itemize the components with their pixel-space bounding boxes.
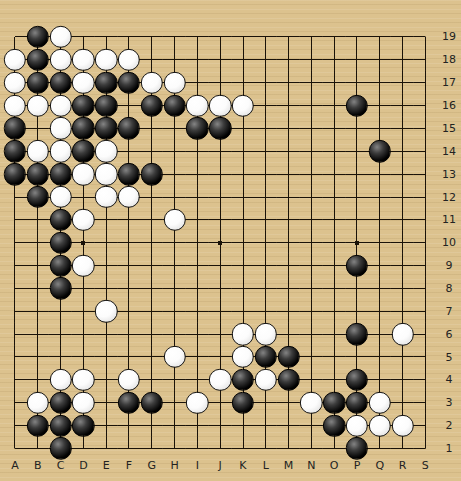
intersection-D2[interactable] — [72, 414, 95, 437]
intersection-D3[interactable] — [72, 391, 95, 414]
intersection-M8[interactable] — [277, 277, 300, 300]
intersection-S5[interactable] — [414, 346, 437, 369]
intersection-G6[interactable] — [140, 323, 163, 346]
intersection-P6[interactable] — [346, 323, 369, 346]
intersection-S12[interactable] — [414, 186, 437, 209]
intersection-S14[interactable] — [414, 140, 437, 163]
intersection-B19[interactable] — [26, 26, 49, 49]
intersection-S3[interactable] — [414, 391, 437, 414]
intersection-P13[interactable] — [346, 163, 369, 186]
intersection-F3[interactable] — [118, 391, 141, 414]
intersection-E13[interactable] — [95, 163, 118, 186]
intersection-S7[interactable] — [414, 300, 437, 323]
intersection-N10[interactable] — [300, 231, 323, 254]
intersection-C12[interactable] — [49, 186, 72, 209]
intersection-L14[interactable] — [254, 140, 277, 163]
intersection-Q17[interactable] — [368, 71, 391, 94]
intersection-B2[interactable] — [26, 414, 49, 437]
intersection-K12[interactable] — [232, 186, 255, 209]
intersection-E15[interactable] — [95, 117, 118, 140]
intersection-F18[interactable] — [118, 48, 141, 71]
intersection-Q8[interactable] — [368, 277, 391, 300]
intersection-C5[interactable] — [49, 346, 72, 369]
intersection-F13[interactable] — [118, 163, 141, 186]
intersection-F17[interactable] — [118, 71, 141, 94]
intersection-I16[interactable] — [186, 94, 209, 117]
intersection-J3[interactable] — [209, 391, 232, 414]
intersection-O5[interactable] — [323, 346, 346, 369]
intersection-M19[interactable] — [277, 26, 300, 49]
intersection-B8[interactable] — [26, 277, 49, 300]
intersection-K13[interactable] — [232, 163, 255, 186]
intersection-N5[interactable] — [300, 346, 323, 369]
intersection-A11[interactable] — [4, 208, 27, 231]
intersection-O17[interactable] — [323, 71, 346, 94]
intersection-O10[interactable] — [323, 231, 346, 254]
intersection-M16[interactable] — [277, 94, 300, 117]
intersection-S4[interactable] — [414, 368, 437, 391]
intersection-O11[interactable] — [323, 208, 346, 231]
intersection-H13[interactable] — [163, 163, 186, 186]
intersection-Q3[interactable] — [368, 391, 391, 414]
intersection-A7[interactable] — [4, 300, 27, 323]
intersection-O4[interactable] — [323, 368, 346, 391]
intersection-L1[interactable] — [254, 437, 277, 460]
intersection-E5[interactable] — [95, 346, 118, 369]
intersection-R15[interactable] — [391, 117, 414, 140]
intersection-C2[interactable] — [49, 414, 72, 437]
intersection-R6[interactable] — [391, 323, 414, 346]
intersection-L10[interactable] — [254, 231, 277, 254]
intersection-F7[interactable] — [118, 300, 141, 323]
intersection-G2[interactable] — [140, 414, 163, 437]
intersection-E14[interactable] — [95, 140, 118, 163]
intersection-R17[interactable] — [391, 71, 414, 94]
intersection-H16[interactable] — [163, 94, 186, 117]
intersection-A1[interactable] — [4, 437, 27, 460]
intersection-K3[interactable] — [232, 391, 255, 414]
intersection-P5[interactable] — [346, 346, 369, 369]
intersection-A6[interactable] — [4, 323, 27, 346]
intersection-I17[interactable] — [186, 71, 209, 94]
intersection-G12[interactable] — [140, 186, 163, 209]
intersection-D13[interactable] — [72, 163, 95, 186]
intersection-A14[interactable] — [4, 140, 27, 163]
intersection-D12[interactable] — [72, 186, 95, 209]
intersection-N7[interactable] — [300, 300, 323, 323]
intersection-H7[interactable] — [163, 300, 186, 323]
intersection-R12[interactable] — [391, 186, 414, 209]
intersection-O14[interactable] — [323, 140, 346, 163]
intersection-B11[interactable] — [26, 208, 49, 231]
intersection-Q9[interactable] — [368, 254, 391, 277]
intersection-P12[interactable] — [346, 186, 369, 209]
intersection-C17[interactable] — [49, 71, 72, 94]
intersection-J12[interactable] — [209, 186, 232, 209]
intersection-E3[interactable] — [95, 391, 118, 414]
intersection-B1[interactable] — [26, 437, 49, 460]
intersection-G15[interactable] — [140, 117, 163, 140]
intersection-M5[interactable] — [277, 346, 300, 369]
intersection-S16[interactable] — [414, 94, 437, 117]
intersection-R13[interactable] — [391, 163, 414, 186]
intersection-D8[interactable] — [72, 277, 95, 300]
intersection-I11[interactable] — [186, 208, 209, 231]
intersection-C7[interactable] — [49, 300, 72, 323]
intersection-S17[interactable] — [414, 71, 437, 94]
intersection-K14[interactable] — [232, 140, 255, 163]
intersection-K19[interactable] — [232, 26, 255, 49]
intersection-N4[interactable] — [300, 368, 323, 391]
intersection-G11[interactable] — [140, 208, 163, 231]
intersection-R7[interactable] — [391, 300, 414, 323]
intersection-S11[interactable] — [414, 208, 437, 231]
intersection-N19[interactable] — [300, 26, 323, 49]
intersection-K18[interactable] — [232, 48, 255, 71]
intersection-M17[interactable] — [277, 71, 300, 94]
intersection-N9[interactable] — [300, 254, 323, 277]
intersection-Q5[interactable] — [368, 346, 391, 369]
intersection-L19[interactable] — [254, 26, 277, 49]
intersection-D10[interactable] — [72, 231, 95, 254]
intersection-F15[interactable] — [118, 117, 141, 140]
intersection-R11[interactable] — [391, 208, 414, 231]
intersection-P19[interactable] — [346, 26, 369, 49]
intersection-E8[interactable] — [95, 277, 118, 300]
intersection-J2[interactable] — [209, 414, 232, 437]
intersection-K10[interactable] — [232, 231, 255, 254]
intersection-G10[interactable] — [140, 231, 163, 254]
intersection-E16[interactable] — [95, 94, 118, 117]
intersection-C9[interactable] — [49, 254, 72, 277]
intersection-S13[interactable] — [414, 163, 437, 186]
intersection-H2[interactable] — [163, 414, 186, 437]
intersection-O12[interactable] — [323, 186, 346, 209]
intersection-Q1[interactable] — [368, 437, 391, 460]
intersection-R16[interactable] — [391, 94, 414, 117]
intersection-C11[interactable] — [49, 208, 72, 231]
intersection-Q14[interactable] — [368, 140, 391, 163]
intersection-P10[interactable] — [346, 231, 369, 254]
intersection-H10[interactable] — [163, 231, 186, 254]
intersection-L6[interactable] — [254, 323, 277, 346]
intersection-I13[interactable] — [186, 163, 209, 186]
intersection-L11[interactable] — [254, 208, 277, 231]
intersection-M10[interactable] — [277, 231, 300, 254]
intersection-L18[interactable] — [254, 48, 277, 71]
intersection-A18[interactable] — [4, 48, 27, 71]
intersection-M14[interactable] — [277, 140, 300, 163]
intersection-J4[interactable] — [209, 368, 232, 391]
intersection-O2[interactable] — [323, 414, 346, 437]
intersection-I15[interactable] — [186, 117, 209, 140]
intersection-S2[interactable] — [414, 414, 437, 437]
intersection-F8[interactable] — [118, 277, 141, 300]
intersection-H3[interactable] — [163, 391, 186, 414]
intersection-P7[interactable] — [346, 300, 369, 323]
intersection-I3[interactable] — [186, 391, 209, 414]
intersection-C15[interactable] — [49, 117, 72, 140]
intersection-C4[interactable] — [49, 368, 72, 391]
intersection-R5[interactable] — [391, 346, 414, 369]
intersection-M1[interactable] — [277, 437, 300, 460]
intersection-N12[interactable] — [300, 186, 323, 209]
intersection-G19[interactable] — [140, 26, 163, 49]
intersection-H17[interactable] — [163, 71, 186, 94]
intersection-Q12[interactable] — [368, 186, 391, 209]
intersection-M2[interactable] — [277, 414, 300, 437]
intersection-B6[interactable] — [26, 323, 49, 346]
intersection-O9[interactable] — [323, 254, 346, 277]
intersection-H11[interactable] — [163, 208, 186, 231]
intersection-J15[interactable] — [209, 117, 232, 140]
intersection-A13[interactable] — [4, 163, 27, 186]
intersection-L8[interactable] — [254, 277, 277, 300]
intersection-B17[interactable] — [26, 71, 49, 94]
intersection-N16[interactable] — [300, 94, 323, 117]
intersection-J6[interactable] — [209, 323, 232, 346]
intersection-Q7[interactable] — [368, 300, 391, 323]
intersection-E2[interactable] — [95, 414, 118, 437]
intersection-I5[interactable] — [186, 346, 209, 369]
intersection-B5[interactable] — [26, 346, 49, 369]
intersection-H8[interactable] — [163, 277, 186, 300]
intersection-K5[interactable] — [232, 346, 255, 369]
intersection-S1[interactable] — [414, 437, 437, 460]
intersection-F16[interactable] — [118, 94, 141, 117]
intersection-O16[interactable] — [323, 94, 346, 117]
intersection-B14[interactable] — [26, 140, 49, 163]
intersection-P11[interactable] — [346, 208, 369, 231]
intersection-K15[interactable] — [232, 117, 255, 140]
intersection-M11[interactable] — [277, 208, 300, 231]
intersection-L15[interactable] — [254, 117, 277, 140]
intersection-R14[interactable] — [391, 140, 414, 163]
intersection-S18[interactable] — [414, 48, 437, 71]
intersection-E4[interactable] — [95, 368, 118, 391]
intersection-D18[interactable] — [72, 48, 95, 71]
intersection-J9[interactable] — [209, 254, 232, 277]
intersection-L4[interactable] — [254, 368, 277, 391]
intersection-N2[interactable] — [300, 414, 323, 437]
intersection-I1[interactable] — [186, 437, 209, 460]
intersection-K8[interactable] — [232, 277, 255, 300]
intersection-G17[interactable] — [140, 71, 163, 94]
intersection-S15[interactable] — [414, 117, 437, 140]
intersection-P8[interactable] — [346, 277, 369, 300]
intersection-O13[interactable] — [323, 163, 346, 186]
intersection-O19[interactable] — [323, 26, 346, 49]
intersection-D19[interactable] — [72, 26, 95, 49]
intersection-F2[interactable] — [118, 414, 141, 437]
intersection-J14[interactable] — [209, 140, 232, 163]
intersection-M3[interactable] — [277, 391, 300, 414]
intersection-S6[interactable] — [414, 323, 437, 346]
intersection-N13[interactable] — [300, 163, 323, 186]
intersection-I9[interactable] — [186, 254, 209, 277]
intersection-J1[interactable] — [209, 437, 232, 460]
intersection-M15[interactable] — [277, 117, 300, 140]
intersection-N3[interactable] — [300, 391, 323, 414]
intersection-I18[interactable] — [186, 48, 209, 71]
intersection-P2[interactable] — [346, 414, 369, 437]
intersection-B7[interactable] — [26, 300, 49, 323]
intersection-J13[interactable] — [209, 163, 232, 186]
intersection-R4[interactable] — [391, 368, 414, 391]
intersection-J19[interactable] — [209, 26, 232, 49]
intersection-H4[interactable] — [163, 368, 186, 391]
intersection-E19[interactable] — [95, 26, 118, 49]
intersection-R19[interactable] — [391, 26, 414, 49]
intersection-J18[interactable] — [209, 48, 232, 71]
intersection-J7[interactable] — [209, 300, 232, 323]
intersection-O6[interactable] — [323, 323, 346, 346]
intersection-S19[interactable] — [414, 26, 437, 49]
intersection-R18[interactable] — [391, 48, 414, 71]
intersection-I19[interactable] — [186, 26, 209, 49]
intersection-K11[interactable] — [232, 208, 255, 231]
intersection-B3[interactable] — [26, 391, 49, 414]
intersection-D9[interactable] — [72, 254, 95, 277]
intersection-O8[interactable] — [323, 277, 346, 300]
intersection-P9[interactable] — [346, 254, 369, 277]
intersection-D1[interactable] — [72, 437, 95, 460]
intersection-L3[interactable] — [254, 391, 277, 414]
intersection-Q15[interactable] — [368, 117, 391, 140]
intersection-B10[interactable] — [26, 231, 49, 254]
intersection-F5[interactable] — [118, 346, 141, 369]
intersection-E6[interactable] — [95, 323, 118, 346]
intersection-P18[interactable] — [346, 48, 369, 71]
intersection-C18[interactable] — [49, 48, 72, 71]
intersection-D6[interactable] — [72, 323, 95, 346]
intersection-N18[interactable] — [300, 48, 323, 71]
intersection-H9[interactable] — [163, 254, 186, 277]
intersection-F11[interactable] — [118, 208, 141, 231]
intersection-M12[interactable] — [277, 186, 300, 209]
intersection-M6[interactable] — [277, 323, 300, 346]
intersection-K4[interactable] — [232, 368, 255, 391]
intersection-C1[interactable] — [49, 437, 72, 460]
intersection-K1[interactable] — [232, 437, 255, 460]
intersection-I12[interactable] — [186, 186, 209, 209]
intersection-J8[interactable] — [209, 277, 232, 300]
intersection-F6[interactable] — [118, 323, 141, 346]
intersection-A2[interactable] — [4, 414, 27, 437]
intersection-K7[interactable] — [232, 300, 255, 323]
intersection-A19[interactable] — [4, 26, 27, 49]
intersection-C13[interactable] — [49, 163, 72, 186]
intersection-D4[interactable] — [72, 368, 95, 391]
intersection-P17[interactable] — [346, 71, 369, 94]
intersection-N17[interactable] — [300, 71, 323, 94]
intersection-G16[interactable] — [140, 94, 163, 117]
intersection-M18[interactable] — [277, 48, 300, 71]
intersection-C6[interactable] — [49, 323, 72, 346]
intersection-H15[interactable] — [163, 117, 186, 140]
intersection-N8[interactable] — [300, 277, 323, 300]
intersection-Q6[interactable] — [368, 323, 391, 346]
intersection-O3[interactable] — [323, 391, 346, 414]
intersection-G1[interactable] — [140, 437, 163, 460]
intersection-L16[interactable] — [254, 94, 277, 117]
intersection-A4[interactable] — [4, 368, 27, 391]
intersection-I2[interactable] — [186, 414, 209, 437]
intersection-K17[interactable] — [232, 71, 255, 94]
intersection-E12[interactable] — [95, 186, 118, 209]
intersection-O7[interactable] — [323, 300, 346, 323]
intersection-P3[interactable] — [346, 391, 369, 414]
intersection-R3[interactable] — [391, 391, 414, 414]
intersection-Q18[interactable] — [368, 48, 391, 71]
intersection-D15[interactable] — [72, 117, 95, 140]
intersection-O15[interactable] — [323, 117, 346, 140]
intersection-H12[interactable] — [163, 186, 186, 209]
intersection-L7[interactable] — [254, 300, 277, 323]
intersection-B18[interactable] — [26, 48, 49, 71]
intersection-J5[interactable] — [209, 346, 232, 369]
intersection-D14[interactable] — [72, 140, 95, 163]
intersection-R8[interactable] — [391, 277, 414, 300]
intersection-K2[interactable] — [232, 414, 255, 437]
intersection-A12[interactable] — [4, 186, 27, 209]
intersection-P4[interactable] — [346, 368, 369, 391]
intersection-R9[interactable] — [391, 254, 414, 277]
intersection-A9[interactable] — [4, 254, 27, 277]
intersection-F12[interactable] — [118, 186, 141, 209]
intersection-C8[interactable] — [49, 277, 72, 300]
intersection-M9[interactable] — [277, 254, 300, 277]
intersection-E11[interactable] — [95, 208, 118, 231]
intersection-F19[interactable] — [118, 26, 141, 49]
intersection-M13[interactable] — [277, 163, 300, 186]
intersection-L12[interactable] — [254, 186, 277, 209]
intersection-G9[interactable] — [140, 254, 163, 277]
intersection-L9[interactable] — [254, 254, 277, 277]
intersection-M7[interactable] — [277, 300, 300, 323]
intersection-K16[interactable] — [232, 94, 255, 117]
intersection-A3[interactable] — [4, 391, 27, 414]
intersection-H5[interactable] — [163, 346, 186, 369]
intersection-E7[interactable] — [95, 300, 118, 323]
intersection-A16[interactable] — [4, 94, 27, 117]
intersection-C16[interactable] — [49, 94, 72, 117]
intersection-E10[interactable] — [95, 231, 118, 254]
intersection-D11[interactable] — [72, 208, 95, 231]
intersection-B9[interactable] — [26, 254, 49, 277]
intersection-Q19[interactable] — [368, 26, 391, 49]
intersection-A5[interactable] — [4, 346, 27, 369]
intersection-R10[interactable] — [391, 231, 414, 254]
intersection-E9[interactable] — [95, 254, 118, 277]
intersection-R1[interactable] — [391, 437, 414, 460]
intersection-E17[interactable] — [95, 71, 118, 94]
intersection-H18[interactable] — [163, 48, 186, 71]
intersection-N14[interactable] — [300, 140, 323, 163]
intersection-M4[interactable] — [277, 368, 300, 391]
intersection-J11[interactable] — [209, 208, 232, 231]
intersection-G13[interactable] — [140, 163, 163, 186]
intersection-G18[interactable] — [140, 48, 163, 71]
intersection-L5[interactable] — [254, 346, 277, 369]
intersection-N1[interactable] — [300, 437, 323, 460]
intersection-Q16[interactable] — [368, 94, 391, 117]
intersection-H6[interactable] — [163, 323, 186, 346]
intersection-B13[interactable] — [26, 163, 49, 186]
intersection-G8[interactable] — [140, 277, 163, 300]
intersection-A10[interactable] — [4, 231, 27, 254]
intersection-N11[interactable] — [300, 208, 323, 231]
